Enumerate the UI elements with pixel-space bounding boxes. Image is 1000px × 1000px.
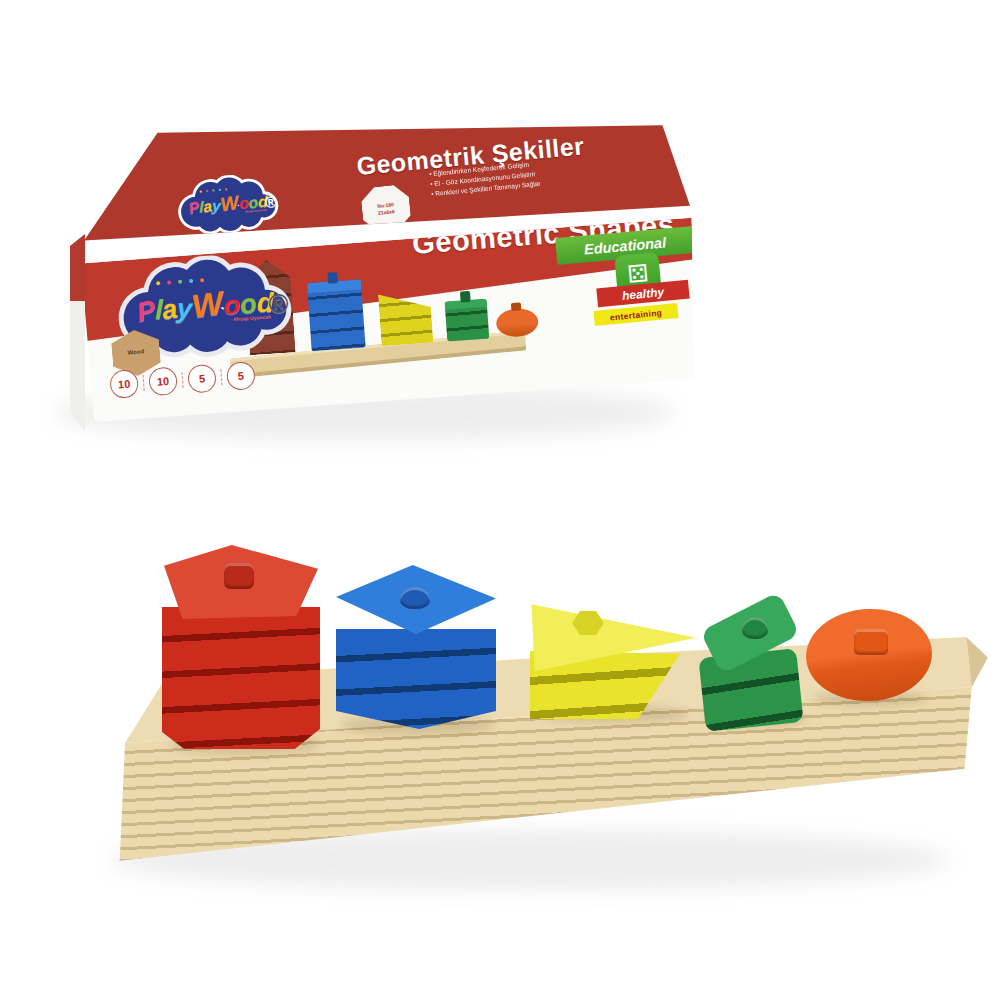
age-badge-value: 10: [157, 375, 170, 388]
product-photo: Geometrik Şekiller • Eğlendirirken Keşfe…: [0, 0, 1000, 1000]
age-badge: 5: [226, 361, 256, 391]
stack-red-pentagon: [160, 545, 322, 749]
box-art-rectangle: [445, 299, 490, 342]
age-badge-value: 5: [198, 372, 205, 384]
square-slices: [336, 629, 496, 729]
badge-separator: [220, 369, 222, 385]
brand-letter: W: [190, 284, 226, 326]
badge-separator: [181, 372, 183, 388]
wooden-toy: [100, 515, 995, 895]
circle-piece: [804, 606, 935, 704]
code-line: 21x6x6: [378, 208, 395, 217]
age-badge-value: 5: [237, 370, 244, 382]
playwood-logo-top: PlayWood ® Ahşap Oyuncak: [173, 171, 283, 239]
badge-separator: [143, 375, 145, 391]
box-art-circle: [495, 307, 539, 338]
stack-yellow-triangle: [528, 585, 700, 719]
box-art-square: [307, 279, 366, 351]
stack-blue-square: [330, 565, 502, 729]
wood-badge-label: Wood: [127, 348, 144, 357]
box-front-face: Geometric Shapes Educational ⚄ healthy e…: [76, 216, 694, 422]
stack-green-rectangle: [702, 599, 806, 725]
brand-letter: W: [219, 191, 240, 216]
age-badge: 10: [148, 366, 178, 396]
age-badge: 10: [109, 369, 139, 399]
age-badge-value: 10: [118, 378, 131, 391]
pentagon-slices: [162, 607, 320, 749]
age-badge: 5: [187, 364, 217, 394]
product-code-badge: No:180 21x6x6: [360, 184, 412, 234]
orange-peg: [854, 629, 888, 655]
blue-peg: [400, 587, 430, 609]
green-peg: [742, 617, 768, 639]
box-art-triangle: [378, 289, 434, 346]
box-side-red-band: [70, 234, 85, 301]
product-box: Geometrik Şekiller • Eğlendirirken Keşfe…: [70, 118, 698, 420]
red-peg: [224, 563, 254, 589]
box-side-face: [70, 234, 85, 432]
stack-orange-circle: [806, 609, 932, 701]
